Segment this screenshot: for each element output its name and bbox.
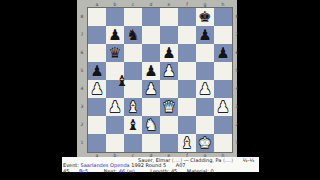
square-g6 [196, 44, 214, 62]
square-f3 [178, 98, 196, 116]
rank-label-right-2: 2 [233, 116, 241, 134]
move-status-line: 45. ... Bc5 Next: 46 (w) Length: 45 Mate… [62, 168, 259, 174]
game-result: ½-½ [243, 157, 255, 163]
file-label-top-a: a [88, 2, 106, 7]
rank-label-left-6: 6 [78, 44, 86, 62]
white-knight-d2: ♞ [142, 116, 160, 134]
last-move: ... Bc5 [73, 168, 89, 174]
black-pawn-g7: ♟ [196, 26, 214, 44]
file-label-top-h: h [214, 2, 232, 7]
move-number: 45. [63, 168, 71, 174]
rank-label-left-7: 7 [78, 26, 86, 44]
white-queen-e3: ♛ [160, 98, 178, 116]
square-c6 [124, 44, 142, 62]
square-f8 [178, 8, 196, 26]
next-move-value: 46 (w) [119, 168, 135, 174]
black-knight-c7: ♞ [124, 26, 142, 44]
rank-label-right-8: 8 [233, 8, 241, 26]
square-b2 [106, 116, 124, 134]
moving-black-bishop: ♝ [113, 72, 131, 90]
square-a6 [88, 44, 106, 62]
square-h3: ♟ [214, 98, 232, 116]
rank-label-left-5: 5 [78, 62, 86, 80]
square-d2: ♞ [142, 116, 160, 134]
square-a7 [88, 26, 106, 44]
square-a3 [88, 98, 106, 116]
square-b6: ♛ [106, 44, 124, 62]
white-pawn-a4: ♟ [88, 80, 106, 98]
rank-label-left-8: 8 [78, 8, 86, 26]
file-label-top-c: c [124, 2, 142, 7]
square-d1 [142, 134, 160, 152]
square-d6 [142, 44, 160, 62]
rank-label-right-6: 6 [233, 44, 241, 62]
square-f4 [178, 80, 196, 98]
caption-bar: Sauer, Elmar (....) — Cladding, Pa (....… [62, 157, 259, 172]
white-pawn-d4: ♟ [142, 80, 160, 98]
rank-label-right-3: 3 [233, 98, 241, 116]
square-g7: ♟ [196, 26, 214, 44]
file-label-top-f: f [178, 2, 196, 7]
square-g2 [196, 116, 214, 134]
square-f6 [178, 44, 196, 62]
rank-label-right-1: 1 [233, 134, 241, 152]
square-e8 [160, 8, 178, 26]
square-e2 [160, 116, 178, 134]
file-label-top-d: d [142, 2, 160, 7]
square-d5: ♟ [142, 62, 160, 80]
square-a5: ♟ [88, 62, 106, 80]
square-h6: ♟ [214, 44, 232, 62]
square-e5: ♟ [160, 62, 178, 80]
rank-label-left-2: 2 [78, 116, 86, 134]
rank-label-right-4: 4 [233, 80, 241, 98]
square-g8: ♚ [196, 8, 214, 26]
black-bishop-c2: ♝ [124, 116, 142, 134]
square-e7 [160, 26, 178, 44]
square-e4 [160, 80, 178, 98]
square-g4: ♟ [196, 80, 214, 98]
square-a8 [88, 8, 106, 26]
square-e3: ♛ [160, 98, 178, 116]
rank-label-left-4: 4 [78, 80, 86, 98]
white-bishop-f1: ♝ [178, 134, 196, 152]
black-king-g8: ♚ [196, 8, 214, 26]
next-label: Next: [104, 168, 117, 174]
square-a4: ♟ [88, 80, 106, 98]
square-d3 [142, 98, 160, 116]
square-d7 [142, 26, 160, 44]
file-label-top-e: e [160, 2, 178, 7]
square-e1 [160, 134, 178, 152]
material-label: Material: [187, 168, 209, 174]
black-pawn-d5: ♟ [142, 62, 160, 80]
square-c3: ♝ [124, 98, 142, 116]
square-h8 [214, 8, 232, 26]
square-b7: ♟ [106, 26, 124, 44]
chess-board: ♝ ♚♟♞♟♛♟♟♟♟♟♟♟♟♟♝♛♟♝♞♝♚ [88, 8, 232, 152]
black-player-rating: (....) [223, 157, 233, 163]
square-c1 [124, 134, 142, 152]
square-f5 [178, 62, 196, 80]
rank-label-right-7: 7 [233, 26, 241, 44]
white-pawn-g4: ♟ [196, 80, 214, 98]
square-d8 [142, 8, 160, 26]
board-panel: aabbccddeeffgghh8877665544332211 ♝ ♚♟♞♟♛… [77, 0, 237, 157]
rank-label-right-5: 5 [233, 62, 241, 80]
square-b8 [106, 8, 124, 26]
rank-label-left-1: 1 [78, 134, 86, 152]
file-label-top-b: b [106, 2, 124, 7]
black-pawn-e6: ♟ [160, 44, 178, 62]
white-bishop-c3: ♝ [124, 98, 142, 116]
square-c2: ♝ [124, 116, 142, 134]
square-a1 [88, 134, 106, 152]
square-h5 [214, 62, 232, 80]
square-a2 [88, 116, 106, 134]
square-f1: ♝ [178, 134, 196, 152]
square-g5 [196, 62, 214, 80]
rank-label-left-3: 3 [78, 98, 86, 116]
file-label-top-g: g [196, 2, 214, 7]
material-value: 0 [210, 168, 213, 174]
black-pawn-h6: ♟ [214, 44, 232, 62]
white-pawn-e5: ♟ [160, 62, 178, 80]
square-e6: ♟ [160, 44, 178, 62]
square-g3 [196, 98, 214, 116]
square-d4: ♟ [142, 80, 160, 98]
square-h7 [214, 26, 232, 44]
white-pawn-b3: ♟ [106, 98, 124, 116]
white-pawn-h3: ♟ [214, 98, 232, 116]
square-b3: ♟ [106, 98, 124, 116]
square-h2 [214, 116, 232, 134]
length-value: 45 [171, 168, 177, 174]
square-h1 [214, 134, 232, 152]
square-f7 [178, 26, 196, 44]
length-label: Length: [150, 168, 169, 174]
square-c7: ♞ [124, 26, 142, 44]
video-frame[interactable]: aabbccddeeffgghh8877665544332211 ♝ ♚♟♞♟♛… [0, 0, 320, 180]
square-f2 [178, 116, 196, 134]
square-c8 [124, 8, 142, 26]
black-pawn-a5: ♟ [88, 62, 106, 80]
square-b1 [106, 134, 124, 152]
black-player-name: Cladding, Pa [190, 157, 221, 163]
square-g1: ♚ [196, 134, 214, 152]
black-pawn-b7: ♟ [106, 26, 124, 44]
black-queen-b6: ♛ [106, 44, 124, 62]
white-king-g1: ♚ [196, 134, 214, 152]
square-h4 [214, 80, 232, 98]
